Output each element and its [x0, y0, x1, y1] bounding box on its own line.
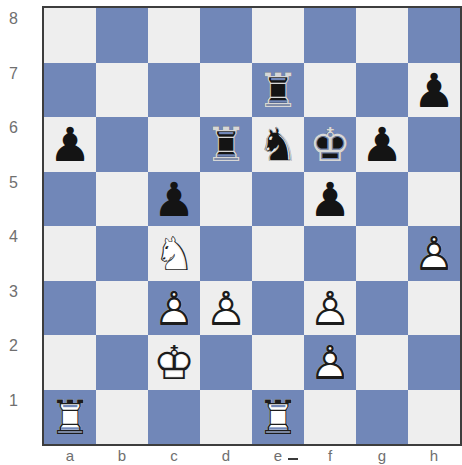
piece-glyph-fill: ♟ [356, 117, 408, 172]
piece-glyph-line: ♙ [304, 281, 356, 336]
piece-white-king[interactable]: ♚♔ [148, 335, 200, 390]
square-f6[interactable]: ♚♔ [304, 117, 356, 172]
piece-black-rook[interactable]: ♜♖ [252, 63, 304, 118]
square-h7[interactable]: ♟ [408, 63, 460, 118]
file-label-a: a [44, 447, 96, 465]
piece-black-pawn[interactable]: ♟ [148, 172, 200, 227]
rank-labels: 87654321 [0, 8, 40, 444]
square-e8[interactable] [252, 8, 304, 63]
square-h5[interactable] [408, 172, 460, 227]
square-f5[interactable]: ♟ [304, 172, 356, 227]
piece-glyph-line: ♔ [304, 117, 356, 172]
square-e3[interactable] [252, 281, 304, 336]
piece-black-pawn[interactable]: ♟ [408, 63, 460, 118]
square-b7[interactable] [96, 63, 148, 118]
square-a4[interactable] [44, 226, 96, 281]
square-g8[interactable] [356, 8, 408, 63]
piece-white-pawn[interactable]: ♟♙ [304, 335, 356, 390]
text-cursor-artifact [288, 458, 298, 460]
piece-glyph-fill: ♟ [408, 63, 460, 118]
square-g5[interactable] [356, 172, 408, 227]
piece-glyph-fill: ♟ [408, 226, 460, 281]
square-a5[interactable] [44, 172, 96, 227]
square-c6[interactable] [148, 117, 200, 172]
square-g1[interactable] [356, 390, 408, 445]
square-d2[interactable] [200, 335, 252, 390]
square-f7[interactable] [304, 63, 356, 118]
square-f2[interactable]: ♟♙ [304, 335, 356, 390]
square-e5[interactable] [252, 172, 304, 227]
rank-label-3: 3 [0, 281, 40, 336]
file-label-e: e [252, 447, 304, 465]
piece-white-rook[interactable]: ♜♖ [44, 390, 96, 445]
square-c2[interactable]: ♚♔ [148, 335, 200, 390]
square-c5[interactable]: ♟ [148, 172, 200, 227]
file-label-f: f [304, 447, 356, 465]
square-h6[interactable] [408, 117, 460, 172]
piece-glyph-fill: ♜ [44, 390, 96, 445]
square-d8[interactable] [200, 8, 252, 63]
piece-black-pawn[interactable]: ♟ [44, 117, 96, 172]
square-a6[interactable]: ♟ [44, 117, 96, 172]
piece-glyph-fill: ♟ [304, 172, 356, 227]
square-c7[interactable] [148, 63, 200, 118]
piece-glyph-line: ♙ [148, 281, 200, 336]
piece-glyph-line: ♖ [200, 117, 252, 172]
piece-glyph-fill: ♟ [44, 117, 96, 172]
piece-white-pawn[interactable]: ♟♙ [304, 281, 356, 336]
square-a7[interactable] [44, 63, 96, 118]
square-g3[interactable] [356, 281, 408, 336]
square-b6[interactable] [96, 117, 148, 172]
square-h1[interactable] [408, 390, 460, 445]
square-e7[interactable]: ♜♖ [252, 63, 304, 118]
piece-glyph-fill: ♜ [252, 63, 304, 118]
file-label-d: d [200, 447, 252, 465]
piece-glyph-line: ♖ [44, 390, 96, 445]
square-d1[interactable] [200, 390, 252, 445]
piece-glyph-fill: ♚ [304, 117, 356, 172]
piece-black-pawn[interactable]: ♟ [304, 172, 356, 227]
piece-black-pawn[interactable]: ♟ [356, 117, 408, 172]
chess-board[interactable]: ♜♖♟♟♜♖♞♘♚♔♟♟♟♞♘♟♙♟♙♟♙♟♙♚♔♟♙♜♖♜♖ [42, 6, 462, 446]
square-c3[interactable]: ♟♙ [148, 281, 200, 336]
square-g6[interactable]: ♟ [356, 117, 408, 172]
piece-glyph-fill: ♜ [200, 117, 252, 172]
square-d5[interactable] [200, 172, 252, 227]
square-d3[interactable]: ♟♙ [200, 281, 252, 336]
square-g7[interactable] [356, 63, 408, 118]
square-a2[interactable] [44, 335, 96, 390]
rank-label-5: 5 [0, 172, 40, 227]
piece-glyph-line: ♙ [408, 226, 460, 281]
piece-glyph-fill: ♟ [148, 172, 200, 227]
piece-white-pawn[interactable]: ♟♙ [200, 281, 252, 336]
piece-glyph-line: ♘ [148, 226, 200, 281]
piece-glyph-fill: ♜ [252, 390, 304, 445]
piece-black-rook[interactable]: ♜♖ [200, 117, 252, 172]
square-a1[interactable]: ♜♖ [44, 390, 96, 445]
square-c1[interactable] [148, 390, 200, 445]
piece-glyph-line: ♖ [252, 63, 304, 118]
square-b4[interactable] [96, 226, 148, 281]
square-c4[interactable]: ♞♘ [148, 226, 200, 281]
square-e2[interactable] [252, 335, 304, 390]
piece-black-king[interactable]: ♚♔ [304, 117, 356, 172]
piece-glyph-fill: ♟ [148, 281, 200, 336]
piece-glyph-line: ♔ [148, 335, 200, 390]
square-a8[interactable] [44, 8, 96, 63]
square-b1[interactable] [96, 390, 148, 445]
piece-glyph-fill: ♟ [200, 281, 252, 336]
square-d7[interactable] [200, 63, 252, 118]
rank-label-2: 2 [0, 335, 40, 390]
square-d6[interactable]: ♜♖ [200, 117, 252, 172]
piece-black-knight[interactable]: ♞♘ [252, 117, 304, 172]
square-b2[interactable] [96, 335, 148, 390]
piece-glyph-fill: ♞ [252, 117, 304, 172]
square-c8[interactable] [148, 8, 200, 63]
rank-label-1: 1 [0, 390, 40, 445]
square-d4[interactable] [200, 226, 252, 281]
square-g4[interactable] [356, 226, 408, 281]
piece-white-rook[interactable]: ♜♖ [252, 390, 304, 445]
square-e4[interactable] [252, 226, 304, 281]
piece-glyph-fill: ♞ [148, 226, 200, 281]
square-g2[interactable] [356, 335, 408, 390]
square-b3[interactable] [96, 281, 148, 336]
file-label-b: b [96, 447, 148, 465]
square-f4[interactable] [304, 226, 356, 281]
square-h4[interactable]: ♟♙ [408, 226, 460, 281]
rank-label-7: 7 [0, 63, 40, 118]
square-f1[interactable] [304, 390, 356, 445]
rank-label-4: 4 [0, 226, 40, 281]
file-label-g: g [356, 447, 408, 465]
piece-glyph-line: ♙ [304, 335, 356, 390]
square-b5[interactable] [96, 172, 148, 227]
piece-white-pawn[interactable]: ♟♙ [148, 281, 200, 336]
file-label-c: c [148, 447, 200, 465]
chess-diagram: 87654321 ♜♖♟♟♜♖♞♘♚♔♟♟♟♞♘♟♙♟♙♟♙♟♙♚♔♟♙♜♖♜♖… [0, 0, 462, 465]
square-e1[interactable]: ♜♖ [252, 390, 304, 445]
rank-label-6: 6 [0, 117, 40, 172]
piece-glyph-line: ♖ [252, 390, 304, 445]
piece-glyph-fill: ♟ [304, 281, 356, 336]
square-b8[interactable] [96, 8, 148, 63]
rank-label-8: 8 [0, 8, 40, 63]
square-a3[interactable] [44, 281, 96, 336]
square-h2[interactable] [408, 335, 460, 390]
square-h3[interactable] [408, 281, 460, 336]
piece-glyph-fill: ♟ [304, 335, 356, 390]
piece-glyph-fill: ♚ [148, 335, 200, 390]
square-f3[interactable]: ♟♙ [304, 281, 356, 336]
square-f8[interactable] [304, 8, 356, 63]
file-label-h: h [408, 447, 460, 465]
piece-white-pawn[interactable]: ♟♙ [408, 226, 460, 281]
square-e6[interactable]: ♞♘ [252, 117, 304, 172]
piece-glyph-line: ♘ [252, 117, 304, 172]
piece-glyph-line: ♙ [200, 281, 252, 336]
piece-white-knight[interactable]: ♞♘ [148, 226, 200, 281]
square-h8[interactable] [408, 8, 460, 63]
file-labels: abcdefgh [44, 447, 460, 465]
